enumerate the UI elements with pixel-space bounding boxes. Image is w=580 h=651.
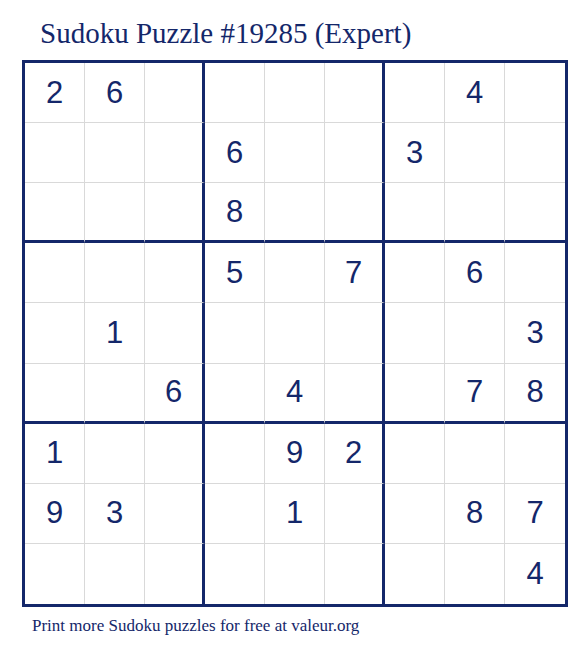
cell-r8c9: 7 bbox=[505, 484, 565, 544]
cell-r9c7 bbox=[385, 544, 445, 604]
cell-r9c1 bbox=[25, 544, 85, 604]
footer-note: Print more Sudoku puzzles for free at va… bbox=[32, 615, 359, 637]
cell-r6c5: 4 bbox=[265, 364, 325, 424]
sudoku-print-page: Sudoku Puzzle #19285 (Expert) 2646385761… bbox=[0, 0, 580, 651]
cell-r8c1: 9 bbox=[25, 484, 85, 544]
cell-r4c5 bbox=[265, 243, 325, 303]
cell-r6c7 bbox=[385, 364, 445, 424]
cell-r3c1 bbox=[25, 183, 85, 243]
cell-r4c3 bbox=[145, 243, 205, 303]
cell-r2c7: 3 bbox=[385, 123, 445, 183]
cell-r6c6 bbox=[325, 364, 385, 424]
cell-r7c8 bbox=[445, 424, 505, 484]
cell-r4c6: 7 bbox=[325, 243, 385, 303]
cell-r2c8 bbox=[445, 123, 505, 183]
cell-r9c4 bbox=[205, 544, 265, 604]
cell-r2c2 bbox=[85, 123, 145, 183]
cell-r9c6 bbox=[325, 544, 385, 604]
cell-r3c8 bbox=[445, 183, 505, 243]
cell-r5c3 bbox=[145, 303, 205, 363]
cell-r8c5: 1 bbox=[265, 484, 325, 544]
cell-r5c4 bbox=[205, 303, 265, 363]
sudoku-board: 264638576136478192931874 bbox=[22, 60, 568, 607]
cell-r2c6 bbox=[325, 123, 385, 183]
cell-r3c7 bbox=[385, 183, 445, 243]
cell-r7c2 bbox=[85, 424, 145, 484]
cell-r8c4 bbox=[205, 484, 265, 544]
cell-r2c5 bbox=[265, 123, 325, 183]
cell-r1c8: 4 bbox=[445, 63, 505, 123]
cell-r4c7 bbox=[385, 243, 445, 303]
cell-r1c3 bbox=[145, 63, 205, 123]
cell-r5c5 bbox=[265, 303, 325, 363]
cell-r1c5 bbox=[265, 63, 325, 123]
cell-r1c4 bbox=[205, 63, 265, 123]
cell-r7c3 bbox=[145, 424, 205, 484]
cell-r3c9 bbox=[505, 183, 565, 243]
cell-r8c7 bbox=[385, 484, 445, 544]
cell-r9c9: 4 bbox=[505, 544, 565, 604]
cell-r6c9: 8 bbox=[505, 364, 565, 424]
cell-r1c9 bbox=[505, 63, 565, 123]
cell-r1c7 bbox=[385, 63, 445, 123]
cell-r2c4: 6 bbox=[205, 123, 265, 183]
cell-r3c3 bbox=[145, 183, 205, 243]
cell-r2c3 bbox=[145, 123, 205, 183]
cell-r2c9 bbox=[505, 123, 565, 183]
page-title: Sudoku Puzzle #19285 (Expert) bbox=[40, 18, 411, 48]
cell-r8c2: 3 bbox=[85, 484, 145, 544]
cell-r3c6 bbox=[325, 183, 385, 243]
cell-r6c4 bbox=[205, 364, 265, 424]
cell-r3c4: 8 bbox=[205, 183, 265, 243]
cell-r9c5 bbox=[265, 544, 325, 604]
cell-r3c5 bbox=[265, 183, 325, 243]
cell-r8c8: 8 bbox=[445, 484, 505, 544]
cell-r4c2 bbox=[85, 243, 145, 303]
cell-r5c6 bbox=[325, 303, 385, 363]
cell-r4c9 bbox=[505, 243, 565, 303]
cell-r3c2 bbox=[85, 183, 145, 243]
cell-r5c1 bbox=[25, 303, 85, 363]
cell-r4c8: 6 bbox=[445, 243, 505, 303]
cell-r8c6 bbox=[325, 484, 385, 544]
cell-r6c1 bbox=[25, 364, 85, 424]
cell-r7c6: 2 bbox=[325, 424, 385, 484]
cell-r7c4 bbox=[205, 424, 265, 484]
cell-r2c1 bbox=[25, 123, 85, 183]
cell-r9c3 bbox=[145, 544, 205, 604]
cell-r1c2: 6 bbox=[85, 63, 145, 123]
cell-r7c1: 1 bbox=[25, 424, 85, 484]
cell-r5c7 bbox=[385, 303, 445, 363]
cell-r4c1 bbox=[25, 243, 85, 303]
cell-r7c7 bbox=[385, 424, 445, 484]
cell-r5c9: 3 bbox=[505, 303, 565, 363]
cell-r1c1: 2 bbox=[25, 63, 85, 123]
cell-r5c2: 1 bbox=[85, 303, 145, 363]
cell-r7c5: 9 bbox=[265, 424, 325, 484]
cell-r1c6 bbox=[325, 63, 385, 123]
cell-r8c3 bbox=[145, 484, 205, 544]
cell-r9c8 bbox=[445, 544, 505, 604]
cell-r6c3: 6 bbox=[145, 364, 205, 424]
cell-r7c9 bbox=[505, 424, 565, 484]
cell-r6c8: 7 bbox=[445, 364, 505, 424]
cell-r5c8 bbox=[445, 303, 505, 363]
cell-r4c4: 5 bbox=[205, 243, 265, 303]
cell-r6c2 bbox=[85, 364, 145, 424]
cell-r9c2 bbox=[85, 544, 145, 604]
